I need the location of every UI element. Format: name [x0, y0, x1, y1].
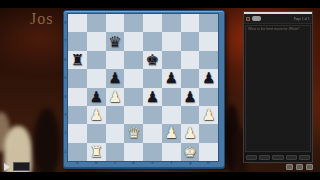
board-grid: ♛♜♚♟♟♟♟♟♟♟♟♟♛♟♟♜♚ — [68, 14, 218, 161]
square-h4[interactable] — [199, 88, 218, 106]
piece-wp[interactable]: ♟ — [183, 124, 196, 142]
page-indicator: Page 1 of 1 — [294, 17, 310, 20]
rank-labels: 87654321 — [64, 14, 68, 161]
square-c2[interactable] — [106, 124, 125, 142]
square-e6[interactable]: ♚ — [143, 51, 162, 69]
square-b7[interactable] — [87, 32, 106, 50]
panel-close-icon[interactable] — [246, 17, 250, 21]
panel-header: Page 1 of 1 — [244, 14, 312, 24]
piece-bq[interactable]: ♛ — [108, 33, 121, 51]
square-h2[interactable] — [199, 124, 218, 142]
tray-next-icon[interactable] — [306, 164, 313, 170]
square-d8[interactable] — [124, 14, 143, 32]
panel-nav-button-3[interactable] — [272, 155, 283, 160]
rank-label-3: 3 — [64, 110, 66, 119]
square-c6[interactable] — [106, 51, 125, 69]
piece-bp[interactable]: ♟ — [164, 69, 177, 87]
file-label-c: c — [110, 161, 119, 165]
tutorial-panel: Page 1 of 1 What is the best move for Wh… — [243, 11, 313, 163]
square-g7[interactable] — [181, 32, 200, 50]
square-a1[interactable] — [68, 143, 87, 161]
square-d2[interactable]: ♛ — [124, 124, 143, 142]
square-e5[interactable] — [143, 69, 162, 87]
rank-label-5: 5 — [64, 74, 66, 83]
square-f2[interactable]: ♟ — [162, 124, 181, 142]
square-e1[interactable] — [143, 143, 162, 161]
piece-bp[interactable]: ♟ — [202, 69, 215, 87]
panel-nav-button-4[interactable] — [286, 155, 297, 160]
piece-wp[interactable]: ♟ — [108, 88, 121, 106]
square-a7[interactable] — [68, 32, 87, 50]
square-h8[interactable] — [199, 14, 218, 32]
square-c3[interactable] — [106, 106, 125, 124]
square-b1[interactable]: ♜ — [87, 143, 106, 161]
piece-bp[interactable]: ♟ — [146, 88, 159, 106]
square-b2[interactable] — [87, 124, 106, 142]
piece-bk[interactable]: ♚ — [146, 51, 159, 69]
square-g1[interactable]: ♚ — [181, 143, 200, 161]
square-f5[interactable]: ♟ — [162, 69, 181, 87]
square-d4[interactable] — [124, 88, 143, 106]
piece-br[interactable]: ♜ — [71, 51, 84, 69]
file-labels: abcdefgh — [68, 161, 218, 168]
square-a3[interactable] — [68, 106, 87, 124]
square-b3[interactable]: ♟ — [87, 106, 106, 124]
panel-nav-buttons — [244, 153, 312, 162]
square-g8[interactable] — [181, 14, 200, 32]
square-a6[interactable]: ♜ — [68, 51, 87, 69]
panel-body: What is the best move for White? — [245, 25, 311, 152]
square-h7[interactable] — [199, 32, 218, 50]
square-f8[interactable] — [162, 14, 181, 32]
file-label-g: g — [185, 161, 194, 165]
background-knight-piece — [34, 108, 60, 178]
file-label-h: h — [204, 161, 213, 165]
square-f1[interactable] — [162, 143, 181, 161]
bottom-right-tray — [286, 164, 313, 170]
square-e2[interactable] — [143, 124, 162, 142]
square-a4[interactable] — [68, 88, 87, 106]
piece-bp[interactable]: ♟ — [108, 69, 121, 87]
square-g4[interactable]: ♟ — [181, 88, 200, 106]
square-a8[interactable] — [68, 14, 87, 32]
background-title-text: Jos — [30, 10, 53, 28]
piece-wp[interactable]: ♟ — [89, 106, 102, 124]
square-c8[interactable] — [106, 14, 125, 32]
square-f4[interactable] — [162, 88, 181, 106]
file-label-f: f — [166, 161, 175, 165]
square-g5[interactable] — [181, 69, 200, 87]
piece-wp[interactable]: ♟ — [164, 124, 177, 142]
letterbox-top — [0, 0, 320, 8]
file-label-e: e — [148, 161, 157, 165]
square-e8[interactable] — [143, 14, 162, 32]
tray-window-icon[interactable] — [286, 164, 293, 170]
video-thumbnail[interactable] — [13, 162, 30, 171]
rank-label-4: 4 — [64, 92, 66, 101]
rank-label-7: 7 — [64, 37, 66, 46]
screen: Jos ♛♜♚♟♟♟♟♟♟♟♟♟♛♟♟♜♚ abcdefgh 87654321 … — [0, 0, 320, 180]
square-h6[interactable] — [199, 51, 218, 69]
square-b8[interactable] — [87, 14, 106, 32]
square-a2[interactable] — [68, 124, 87, 142]
square-c1[interactable] — [106, 143, 125, 161]
square-d7[interactable] — [124, 32, 143, 50]
square-b5[interactable] — [87, 69, 106, 87]
square-d3[interactable] — [124, 106, 143, 124]
square-b6[interactable] — [87, 51, 106, 69]
square-f3[interactable] — [162, 106, 181, 124]
panel-nav-button-1[interactable] — [246, 155, 257, 160]
panel-menu-button[interactable] — [252, 16, 261, 21]
panel-nav-button-5[interactable] — [299, 155, 310, 160]
square-f7[interactable] — [162, 32, 181, 50]
square-c5[interactable]: ♟ — [106, 69, 125, 87]
piece-bp[interactable]: ♟ — [183, 88, 196, 106]
square-b4[interactable]: ♟ — [87, 88, 106, 106]
square-f6[interactable] — [162, 51, 181, 69]
letterbox-bottom — [0, 172, 320, 180]
square-g6[interactable] — [181, 51, 200, 69]
square-c7[interactable]: ♛ — [106, 32, 125, 50]
panel-nav-button-2[interactable] — [259, 155, 270, 160]
tray-prev-icon[interactable] — [296, 164, 303, 170]
square-d5[interactable] — [124, 69, 143, 87]
square-g3[interactable] — [181, 106, 200, 124]
rank-label-1: 1 — [64, 147, 66, 156]
square-d1[interactable] — [124, 143, 143, 161]
square-e7[interactable] — [143, 32, 162, 50]
square-h1[interactable] — [199, 143, 218, 161]
square-h3[interactable]: ♟ — [199, 106, 218, 124]
square-g2[interactable]: ♟ — [181, 124, 200, 142]
rank-label-8: 8 — [64, 19, 66, 28]
panel-instruction-text: What is the best move for White? — [248, 27, 279, 31]
piece-wk[interactable]: ♚ — [183, 143, 196, 161]
play-icon[interactable] — [4, 163, 10, 171]
file-label-d: d — [129, 161, 138, 165]
square-h5[interactable]: ♟ — [199, 69, 218, 87]
chess-board: ♛♜♚♟♟♟♟♟♟♟♟♟♛♟♟♜♚ abcdefgh 87654321 — [63, 10, 225, 169]
rank-label-6: 6 — [64, 55, 66, 64]
square-e4[interactable]: ♟ — [143, 88, 162, 106]
piece-bp[interactable]: ♟ — [89, 88, 102, 106]
piece-wr[interactable]: ♜ — [89, 143, 102, 161]
square-e3[interactable] — [143, 106, 162, 124]
file-label-b: b — [91, 161, 100, 165]
file-label-a: a — [73, 161, 82, 165]
rank-label-2: 2 — [64, 129, 66, 138]
square-d6[interactable] — [124, 51, 143, 69]
piece-wp[interactable]: ♟ — [202, 106, 215, 124]
piece-wq[interactable]: ♛ — [127, 124, 140, 142]
square-c4[interactable]: ♟ — [106, 88, 125, 106]
square-a5[interactable] — [68, 69, 87, 87]
